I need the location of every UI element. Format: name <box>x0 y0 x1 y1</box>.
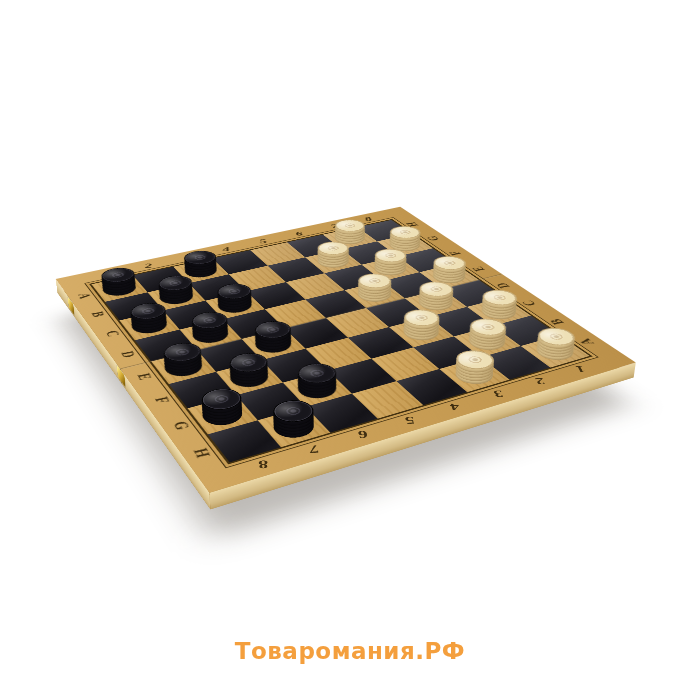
folding-checkers-board: 12345678 ABCDEFGH HGFEDCBA 87654321 <box>56 207 636 493</box>
watermark-text: Товаромания.РФ <box>0 638 700 664</box>
product-photo-scene: 12345678 ABCDEFGH HGFEDCBA 87654321 <box>0 0 700 700</box>
